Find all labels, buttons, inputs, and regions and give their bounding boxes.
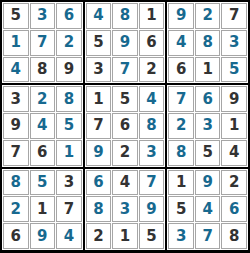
sudoku-cell[interactable]: 5 bbox=[86, 30, 112, 56]
sudoku-cell[interactable]: 9 bbox=[139, 196, 165, 222]
sudoku-box: 647839215 bbox=[85, 169, 166, 250]
sudoku-cell[interactable]: 4 bbox=[30, 113, 56, 139]
sudoku-box: 154768923 bbox=[85, 85, 166, 166]
sudoku-cell[interactable]: 6 bbox=[221, 196, 247, 222]
sudoku-cell[interactable]: 6 bbox=[3, 223, 29, 249]
sudoku-cell[interactable]: 5 bbox=[195, 140, 221, 166]
sudoku-cell[interactable]: 5 bbox=[3, 3, 29, 29]
sudoku-cell[interactable]: 2 bbox=[56, 30, 82, 56]
sudoku-cell[interactable]: 2 bbox=[221, 170, 247, 196]
sudoku-cell[interactable]: 1 bbox=[112, 223, 138, 249]
sudoku-cell[interactable]: 8 bbox=[112, 3, 138, 29]
sudoku-cell[interactable]: 1 bbox=[139, 3, 165, 29]
sudoku-cell[interactable]: 6 bbox=[168, 57, 194, 83]
sudoku-cell[interactable]: 3 bbox=[139, 140, 165, 166]
sudoku-cell[interactable]: 6 bbox=[195, 86, 221, 112]
sudoku-cell[interactable]: 4 bbox=[86, 3, 112, 29]
sudoku-cell[interactable]: 6 bbox=[86, 170, 112, 196]
sudoku-cell[interactable]: 1 bbox=[168, 170, 194, 196]
sudoku-cell[interactable]: 8 bbox=[195, 30, 221, 56]
sudoku-cell[interactable]: 1 bbox=[195, 57, 221, 83]
sudoku-cell[interactable]: 1 bbox=[30, 196, 56, 222]
sudoku-cell[interactable]: 8 bbox=[86, 196, 112, 222]
sudoku-cell[interactable]: 2 bbox=[30, 86, 56, 112]
sudoku-cell[interactable]: 9 bbox=[195, 170, 221, 196]
sudoku-cell[interactable]: 7 bbox=[3, 140, 29, 166]
sudoku-cell[interactable]: 8 bbox=[221, 223, 247, 249]
sudoku-cell[interactable]: 1 bbox=[56, 140, 82, 166]
sudoku-cell[interactable]: 6 bbox=[56, 3, 82, 29]
sudoku-cell[interactable]: 6 bbox=[112, 113, 138, 139]
sudoku-cell[interactable]: 8 bbox=[168, 140, 194, 166]
sudoku-cell[interactable]: 9 bbox=[3, 113, 29, 139]
sudoku-cell[interactable]: 7 bbox=[139, 170, 165, 196]
sudoku-cell[interactable]: 5 bbox=[30, 170, 56, 196]
sudoku-cell[interactable]: 5 bbox=[221, 57, 247, 83]
sudoku-cell[interactable]: 3 bbox=[56, 170, 82, 196]
sudoku-cell[interactable]: 2 bbox=[139, 57, 165, 83]
sudoku-box: 481596372 bbox=[85, 2, 166, 83]
sudoku-cell[interactable]: 2 bbox=[168, 113, 194, 139]
sudoku-cell[interactable]: 3 bbox=[3, 86, 29, 112]
sudoku-box: 328945761 bbox=[2, 85, 83, 166]
sudoku-cell[interactable]: 9 bbox=[30, 223, 56, 249]
sudoku-cell[interactable]: 2 bbox=[112, 140, 138, 166]
sudoku-cell[interactable]: 5 bbox=[168, 196, 194, 222]
sudoku-box: 536172489 bbox=[2, 2, 83, 83]
sudoku-board: 5361724894815963729274836153289457611547… bbox=[0, 0, 250, 253]
sudoku-cell[interactable]: 9 bbox=[56, 57, 82, 83]
sudoku-cell[interactable]: 1 bbox=[86, 86, 112, 112]
sudoku-cell[interactable]: 2 bbox=[86, 223, 112, 249]
sudoku-cell[interactable]: 6 bbox=[30, 140, 56, 166]
sudoku-box: 853217694 bbox=[2, 169, 83, 250]
sudoku-cell[interactable]: 5 bbox=[139, 223, 165, 249]
sudoku-cell[interactable]: 4 bbox=[56, 223, 82, 249]
sudoku-cell[interactable]: 3 bbox=[30, 3, 56, 29]
sudoku-cell[interactable]: 4 bbox=[221, 140, 247, 166]
sudoku-cell[interactable]: 7 bbox=[195, 223, 221, 249]
sudoku-cell[interactable]: 3 bbox=[195, 113, 221, 139]
sudoku-cell[interactable]: 7 bbox=[168, 86, 194, 112]
sudoku-cell[interactable]: 7 bbox=[221, 3, 247, 29]
sudoku-cell[interactable]: 8 bbox=[139, 113, 165, 139]
sudoku-box: 769231854 bbox=[167, 85, 248, 166]
sudoku-cell[interactable]: 5 bbox=[112, 86, 138, 112]
sudoku-cell[interactable]: 3 bbox=[112, 196, 138, 222]
sudoku-cell[interactable]: 7 bbox=[56, 196, 82, 222]
sudoku-cell[interactable]: 1 bbox=[221, 113, 247, 139]
sudoku-cell[interactable]: 5 bbox=[56, 113, 82, 139]
sudoku-cell[interactable]: 4 bbox=[195, 196, 221, 222]
sudoku-cell[interactable]: 3 bbox=[168, 223, 194, 249]
sudoku-cell[interactable]: 4 bbox=[139, 86, 165, 112]
sudoku-cell[interactable]: 4 bbox=[3, 57, 29, 83]
sudoku-box: 192546378 bbox=[167, 169, 248, 250]
sudoku-cell[interactable]: 8 bbox=[3, 170, 29, 196]
sudoku-cell[interactable]: 6 bbox=[139, 30, 165, 56]
sudoku-cell[interactable]: 9 bbox=[86, 140, 112, 166]
sudoku-cell[interactable]: 4 bbox=[168, 30, 194, 56]
sudoku-cell[interactable]: 9 bbox=[221, 86, 247, 112]
sudoku-cell[interactable]: 1 bbox=[3, 30, 29, 56]
sudoku-cell[interactable]: 7 bbox=[30, 30, 56, 56]
sudoku-cell[interactable]: 3 bbox=[86, 57, 112, 83]
sudoku-cell[interactable]: 8 bbox=[56, 86, 82, 112]
sudoku-cell[interactable]: 4 bbox=[112, 170, 138, 196]
sudoku-cell[interactable]: 3 bbox=[221, 30, 247, 56]
sudoku-cell[interactable]: 7 bbox=[112, 57, 138, 83]
sudoku-cell[interactable]: 2 bbox=[195, 3, 221, 29]
sudoku-cell[interactable]: 8 bbox=[30, 57, 56, 83]
sudoku-cell[interactable]: 2 bbox=[3, 196, 29, 222]
sudoku-box: 927483615 bbox=[167, 2, 248, 83]
sudoku-cell[interactable]: 7 bbox=[86, 113, 112, 139]
sudoku-cell[interactable]: 9 bbox=[112, 30, 138, 56]
sudoku-cell[interactable]: 9 bbox=[168, 3, 194, 29]
